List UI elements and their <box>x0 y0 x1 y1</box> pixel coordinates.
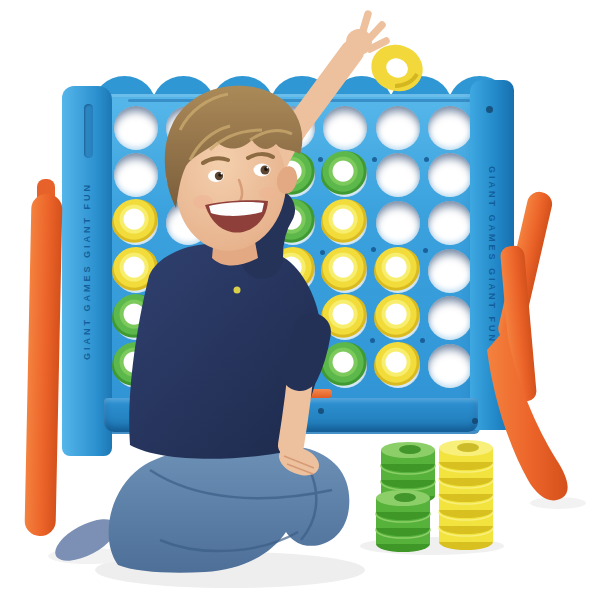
boy-lower-sleeve <box>300 332 312 372</box>
boy-player <box>49 14 429 573</box>
yellow-ring-stack[interactable] <box>439 440 493 550</box>
stack-top-hole <box>394 493 416 502</box>
green-ring-stack-front[interactable] <box>376 490 430 552</box>
spare-ring-stacks[interactable] <box>376 440 493 552</box>
eye-glint <box>267 167 269 169</box>
cheek-blush <box>259 187 277 199</box>
right-support-leg <box>487 190 568 501</box>
stack-top-hole <box>457 443 479 452</box>
product-photo-stage: GIANT GAMES GIANT FUN GIANT GAMES GIANT … <box>0 0 600 600</box>
eye-glint <box>221 173 223 175</box>
tshirt-logo-dot <box>234 287 241 294</box>
left-support-leg <box>24 179 62 536</box>
scene-overlay <box>0 0 600 600</box>
stack-top-hole <box>399 445 421 454</box>
